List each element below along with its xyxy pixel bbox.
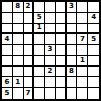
cell-r1c5[interactable] bbox=[45, 2, 56, 13]
cell-r9c2[interactable] bbox=[13, 88, 24, 99]
cell-r5c2[interactable] bbox=[13, 45, 24, 56]
cell-r6c4[interactable] bbox=[34, 56, 45, 67]
cell-r3c6[interactable] bbox=[56, 24, 67, 35]
cell-r2c3[interactable] bbox=[24, 13, 35, 24]
cell-r1c3[interactable]: 2 bbox=[24, 2, 35, 13]
cell-r6c5[interactable] bbox=[45, 56, 56, 67]
cell-r8c6[interactable] bbox=[56, 77, 67, 88]
cell-r6c8[interactable]: 1 bbox=[77, 56, 88, 67]
cell-r6c2[interactable] bbox=[13, 56, 24, 67]
cell-r7c5[interactable]: 2 bbox=[45, 67, 56, 78]
cell-r5c6[interactable] bbox=[56, 45, 67, 56]
cell-r1c4[interactable] bbox=[34, 2, 45, 13]
cell-r9c8[interactable] bbox=[77, 88, 88, 99]
cell-r3c5[interactable] bbox=[45, 24, 56, 35]
cell-r3c4[interactable]: 1 bbox=[34, 24, 45, 35]
cell-r5c9[interactable] bbox=[88, 45, 99, 56]
cell-r9c7[interactable] bbox=[67, 88, 78, 99]
cell-r9c5[interactable] bbox=[45, 88, 56, 99]
cell-r6c7[interactable] bbox=[67, 56, 78, 67]
cell-r4c6[interactable] bbox=[56, 34, 67, 45]
cell-r2c2[interactable] bbox=[13, 13, 24, 24]
cell-r1c8[interactable] bbox=[77, 2, 88, 13]
cell-r7c1[interactable] bbox=[2, 67, 13, 78]
cell-r2c1[interactable] bbox=[2, 13, 13, 24]
cell-r7c9[interactable] bbox=[88, 67, 99, 78]
cell-r1c9[interactable] bbox=[88, 2, 99, 13]
cell-r3c9[interactable] bbox=[88, 24, 99, 35]
cell-r3c1[interactable] bbox=[2, 24, 13, 35]
cell-r8c7[interactable] bbox=[67, 77, 78, 88]
cell-r4c1[interactable]: 4 bbox=[2, 34, 13, 45]
cell-r2c4[interactable]: 5 bbox=[34, 13, 45, 24]
cell-r9c9[interactable] bbox=[88, 88, 99, 99]
cell-r1c2[interactable]: 8 bbox=[13, 2, 24, 13]
cell-r2c5[interactable] bbox=[45, 13, 56, 24]
cell-r6c9[interactable] bbox=[88, 56, 99, 67]
cell-r6c3[interactable] bbox=[24, 56, 35, 67]
cell-r3c8[interactable] bbox=[77, 24, 88, 35]
cell-r7c7[interactable]: 8 bbox=[67, 67, 78, 78]
cell-r8c1[interactable]: 6 bbox=[2, 77, 13, 88]
cell-r7c6[interactable] bbox=[56, 67, 67, 78]
cell-r8c3[interactable] bbox=[24, 77, 35, 88]
cell-r8c8[interactable] bbox=[77, 77, 88, 88]
cell-r4c9[interactable]: 5 bbox=[88, 34, 99, 45]
cell-r7c3[interactable] bbox=[24, 67, 35, 78]
cell-r5c1[interactable] bbox=[2, 45, 13, 56]
cell-r2c8[interactable] bbox=[77, 13, 88, 24]
cell-r2c7[interactable] bbox=[67, 13, 78, 24]
cell-r9c4[interactable] bbox=[34, 88, 45, 99]
cell-r5c3[interactable] bbox=[24, 45, 35, 56]
cell-r4c4[interactable] bbox=[34, 34, 45, 45]
cell-r8c4[interactable] bbox=[34, 77, 45, 88]
cell-r2c9[interactable]: 4 bbox=[88, 13, 99, 24]
cell-r7c2[interactable] bbox=[13, 67, 24, 78]
cell-r4c8[interactable]: 7 bbox=[77, 34, 88, 45]
cell-r5c7[interactable] bbox=[67, 45, 78, 56]
cell-r3c2[interactable] bbox=[13, 24, 24, 35]
cell-r8c9[interactable] bbox=[88, 77, 99, 88]
cell-r7c4[interactable] bbox=[34, 67, 45, 78]
cell-r4c2[interactable] bbox=[13, 34, 24, 45]
cell-r3c7[interactable] bbox=[67, 24, 78, 35]
cell-r5c5[interactable]: 3 bbox=[45, 45, 56, 56]
cell-r5c4[interactable] bbox=[34, 45, 45, 56]
cell-r6c6[interactable] bbox=[56, 56, 67, 67]
cell-r9c6[interactable] bbox=[56, 88, 67, 99]
cell-r9c1[interactable]: 5 bbox=[2, 88, 13, 99]
cell-r7c8[interactable] bbox=[77, 67, 88, 78]
cell-r1c1[interactable] bbox=[2, 2, 13, 13]
cell-r6c1[interactable] bbox=[2, 56, 13, 67]
cell-r9c3[interactable]: 7 bbox=[24, 88, 35, 99]
cell-r4c5[interactable] bbox=[45, 34, 56, 45]
cell-r1c7[interactable]: 3 bbox=[67, 2, 78, 13]
cell-r4c7[interactable] bbox=[67, 34, 78, 45]
sudoku-board: 82354147531286157 bbox=[0, 0, 101, 101]
cell-r8c2[interactable]: 1 bbox=[13, 77, 24, 88]
cell-r1c6[interactable] bbox=[56, 2, 67, 13]
cell-r8c5[interactable] bbox=[45, 77, 56, 88]
cell-r3c3[interactable] bbox=[24, 24, 35, 35]
cell-r5c8[interactable] bbox=[77, 45, 88, 56]
cell-r4c3[interactable] bbox=[24, 34, 35, 45]
cell-r2c6[interactable] bbox=[56, 13, 67, 24]
